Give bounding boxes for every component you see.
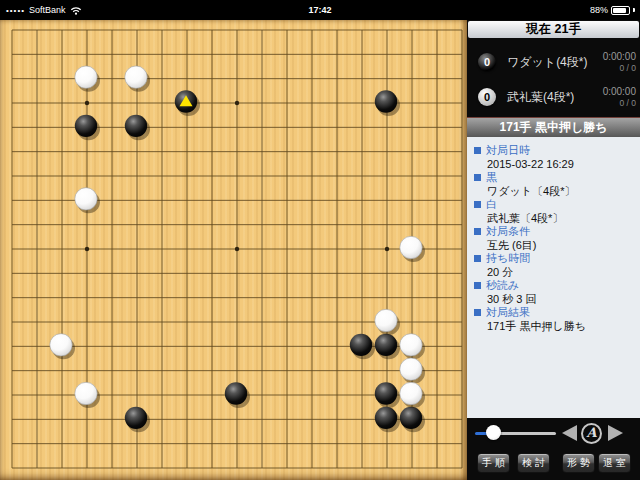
stone-black-Q16[interactable] (375, 90, 397, 112)
current-move-header: 現在 21手 (468, 21, 639, 38)
stone-black-R3[interactable] (400, 407, 422, 429)
go-board[interactable] (0, 20, 467, 480)
prev-move-button[interactable] (562, 425, 577, 441)
stone-white-R6[interactable] (400, 334, 422, 356)
app-screen: ••••• SoftBank 17:42 88% 現在 21手 0 ワダット(4… (0, 0, 640, 480)
player-name-white: 武礼葉(4段*) (507, 89, 603, 106)
stone-white-C6[interactable] (50, 334, 72, 356)
moves-button[interactable]: 手 順 (477, 453, 510, 473)
info-item: 秒読み 30 秒 3 回 (474, 279, 636, 306)
info-value: 30 秒 3 回 (474, 293, 636, 307)
stone-white-D4[interactable] (75, 382, 97, 404)
stone-white-F17[interactable] (125, 66, 147, 88)
info-value: 互先 (6目) (474, 239, 636, 253)
info-value: 20 分 (474, 266, 636, 280)
clock-label: 17:42 (0, 0, 640, 20)
white-stone-captures-badge: 0 (478, 88, 496, 106)
bullet-icon (474, 228, 481, 235)
result-header: 171手 黒中押し勝ち (467, 117, 640, 137)
status-bar: ••••• SoftBank 17:42 88% (0, 0, 640, 20)
info-value: 171手 黒中押し勝ち (474, 320, 636, 334)
stone-black-Q6[interactable] (375, 334, 397, 356)
info-label: 対局日時 (486, 144, 530, 156)
black-stone-captures-badge: 0 (478, 53, 496, 71)
info-value: ワダット〔4段*〕 (474, 185, 636, 199)
stone-black-K4[interactable] (225, 382, 247, 404)
stone-black-Q4[interactable] (375, 382, 397, 404)
battery-percent-label: 88% (590, 5, 608, 15)
status-right: 88% (590, 0, 635, 20)
battery-icon (611, 6, 630, 15)
stone-black-P6[interactable] (350, 334, 372, 356)
stone-white-D12[interactable] (75, 188, 97, 210)
info-value: 2015-03-22 16:29 (474, 158, 636, 172)
stone-white-R10[interactable] (400, 236, 422, 258)
info-label: 対局条件 (486, 225, 530, 237)
info-label: 白 (486, 198, 497, 210)
bullet-icon (474, 174, 481, 181)
info-label: 持ち時間 (486, 252, 530, 264)
info-item: 白 武礼葉〔4段*〕 (474, 198, 636, 225)
stone-black-D15[interactable] (75, 115, 97, 137)
star-point (235, 247, 239, 251)
star-point (85, 101, 89, 105)
player-clock-black: 0:00:00 0 / 0 (603, 51, 636, 74)
info-item: 黒 ワダット〔4段*〕 (474, 171, 636, 198)
player-clock-white: 0:00:00 0 / 0 (603, 86, 636, 109)
game-info-panel: 対局日時 2015-03-22 16:29 黒 ワダット〔4段*〕 白 武礼葉〔… (467, 137, 640, 418)
bullet-icon (474, 147, 481, 154)
info-label: 黒 (486, 171, 497, 183)
info-item: 持ち時間 20 分 (474, 252, 636, 279)
star-point (385, 247, 389, 251)
stone-white-D17[interactable] (75, 66, 97, 88)
info-label: 秒読み (486, 279, 519, 291)
player-name-black: ワダット(4段*) (507, 54, 603, 71)
stone-black-F15[interactable] (125, 115, 147, 137)
player-periods-black: 0 / 0 (619, 63, 636, 73)
stone-white-R5[interactable] (400, 358, 422, 380)
player-time-black: 0:00:00 (603, 51, 636, 62)
stone-white-R4[interactable] (400, 382, 422, 404)
star-point (235, 101, 239, 105)
board-grid (0, 20, 467, 480)
bullet-icon (474, 255, 481, 262)
evaluation-button[interactable]: 形 勢 (562, 453, 595, 473)
info-item: 対局条件 互先 (6目) (474, 225, 636, 252)
stone-black-F3[interactable] (125, 407, 147, 429)
auto-play-button[interactable]: A (581, 423, 602, 444)
player-row-black: 0 ワダット(4段*) 0:00:00 0 / 0 (467, 46, 640, 78)
stone-black-Q3[interactable] (375, 407, 397, 429)
info-label: 対局結果 (486, 306, 530, 318)
sidebar: 現在 21手 0 ワダット(4段*) 0:00:00 0 / 0 0 武礼葉(4… (467, 20, 640, 480)
stone-white-Q7[interactable] (375, 309, 397, 331)
player-periods-white: 0 / 0 (619, 98, 636, 108)
bullet-icon (474, 309, 481, 316)
star-point (85, 247, 89, 251)
battery-tip (633, 8, 635, 12)
player-time-white: 0:00:00 (603, 86, 636, 97)
review-button[interactable]: 検 討 (517, 453, 550, 473)
info-item: 対局結果 171手 黒中押し勝ち (474, 306, 636, 333)
player-row-white: 0 武礼葉(4段*) 0:00:00 0 / 0 (467, 81, 640, 113)
bullet-icon (474, 282, 481, 289)
next-move-button[interactable] (608, 425, 623, 441)
info-item: 対局日時 2015-03-22 16:29 (474, 144, 636, 171)
bullet-icon (474, 201, 481, 208)
info-value: 武礼葉〔4段*〕 (474, 212, 636, 226)
leave-room-button[interactable]: 退 室 (598, 453, 631, 473)
move-slider-thumb[interactable] (486, 425, 501, 440)
